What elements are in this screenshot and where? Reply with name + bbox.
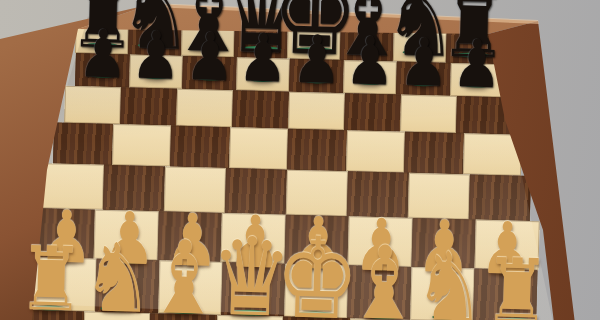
chess-piece-glyph: ♟ bbox=[130, 23, 181, 90]
chess-piece-glyph: ♞ bbox=[81, 230, 155, 320]
chess-piece-glyph: ♟ bbox=[184, 24, 235, 91]
pieces-layer: ♜♞♝♛♚♝♞♜♟♟♟♟♟♟♟♟♟♟♟♟♟♟♟♟♜♞♝♛♚♝♞♜ bbox=[0, 0, 600, 320]
chess-piece-glyph: ♟ bbox=[398, 30, 449, 97]
chessboard-photo-scene: ♜♞♝♛♚♝♞♜♟♟♟♟♟♟♟♟♟♟♟♟♟♟♟♟♜♞♝♛♚♝♞♜ bbox=[0, 0, 600, 320]
chess-piece-glyph: ♟ bbox=[344, 28, 395, 95]
chess-piece-glyph: ♝ bbox=[344, 232, 423, 320]
chess-piece-glyph: ♟ bbox=[291, 27, 342, 94]
chess-piece-glyph: ♞ bbox=[413, 239, 487, 320]
chess-piece-glyph: ♜ bbox=[17, 235, 86, 320]
chess-piece-glyph: ♜ bbox=[482, 247, 551, 320]
chess-piece-glyph: ♟ bbox=[451, 31, 502, 98]
chess-piece-glyph: ♟ bbox=[77, 21, 128, 88]
chess-piece-glyph: ♟ bbox=[237, 25, 288, 92]
